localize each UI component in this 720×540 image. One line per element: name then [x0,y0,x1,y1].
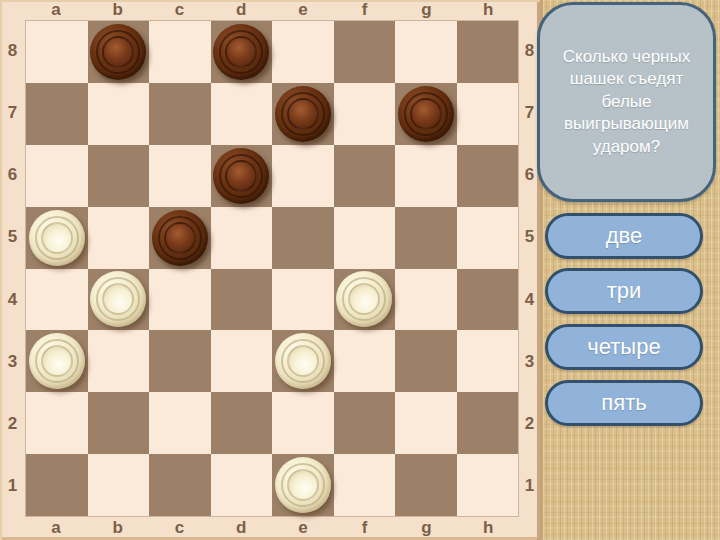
checker-dome-icon [164,222,196,254]
rank-label-left-2: 2 [0,393,25,455]
rank-label-left-8: 8 [0,20,25,82]
square-g5 [395,207,457,269]
checker-dome-icon [287,469,319,501]
rank-label-left-5: 5 [0,206,25,268]
square-f7 [334,83,396,145]
square-g6 [395,145,457,207]
file-label-top-h: h [457,0,519,20]
square-c1 [149,454,211,516]
file-label-top-g: g [396,0,458,20]
checker-black-d6 [213,148,269,204]
checker-black-c5 [152,210,208,266]
checker-dome-icon [225,36,257,68]
square-e4 [272,269,334,331]
rank-label-right-3: 3 [519,331,540,393]
checker-white-e3 [275,333,331,389]
square-f6 [334,145,396,207]
checker-black-g7 [398,86,454,142]
file-label-bottom-e: e [272,516,334,539]
checker-white-a3 [29,333,85,389]
rank-label-left-3: 3 [0,331,25,393]
square-b3 [88,330,150,392]
square-g8 [395,21,457,83]
checker-black-e7 [275,86,331,142]
checker-dome-icon [225,160,257,192]
answer-button-five[interactable]: пять [545,380,703,426]
rank-label-right-1: 1 [519,455,540,517]
square-a8 [26,21,88,83]
square-c4 [149,269,211,331]
square-g4 [395,269,457,331]
square-g1 [395,454,457,516]
answer-button-three[interactable]: три [545,268,703,314]
square-e5 [272,207,334,269]
file-label-top-e: e [272,0,334,20]
checker-dome-icon [348,283,380,315]
checker-dome-icon [102,36,134,68]
checker-white-e1 [275,457,331,513]
question-text: Сколько черных шашек съедят белые выигры… [553,46,700,158]
square-d4 [211,269,273,331]
square-h8 [457,21,519,83]
square-h2 [457,392,519,454]
checkers-board-frame: abcdefgh abcdefgh 87654321 87654321 [0,0,540,540]
square-g3 [395,330,457,392]
file-label-bottom-b: b [87,516,149,539]
file-label-top-f: f [334,0,396,20]
checker-white-a5 [29,210,85,266]
answer-button-four[interactable]: четыре [545,324,703,370]
square-a1 [26,454,88,516]
checker-dome-icon [41,222,73,254]
rank-label-right-5: 5 [519,206,540,268]
square-c7 [149,83,211,145]
square-g2 [395,392,457,454]
square-c3 [149,330,211,392]
file-labels-bottom: abcdefgh [25,516,519,539]
rank-label-right-2: 2 [519,393,540,455]
checker-dome-icon [287,98,319,130]
rank-label-left-6: 6 [0,144,25,206]
square-b2 [88,392,150,454]
square-f1 [334,454,396,516]
square-d3 [211,330,273,392]
checker-dome-icon [41,345,73,377]
checker-dome-icon [410,98,442,130]
square-b5 [88,207,150,269]
square-b1 [88,454,150,516]
file-labels-top: abcdefgh [25,0,519,20]
rank-labels-left: 87654321 [0,20,25,517]
square-f3 [334,330,396,392]
square-b7 [88,83,150,145]
square-h7 [457,83,519,145]
file-label-top-a: a [25,0,87,20]
file-label-top-b: b [87,0,149,20]
checker-white-f4 [336,271,392,327]
file-label-bottom-f: f [334,516,396,539]
file-label-bottom-c: c [149,516,211,539]
square-d2 [211,392,273,454]
square-a7 [26,83,88,145]
rank-label-left-4: 4 [0,269,25,331]
square-e2 [272,392,334,454]
square-h3 [457,330,519,392]
square-h1 [457,454,519,516]
file-label-bottom-a: a [25,516,87,539]
file-label-top-c: c [149,0,211,20]
rank-label-left-1: 1 [0,455,25,517]
file-label-top-d: d [210,0,272,20]
square-a6 [26,145,88,207]
checker-black-d8 [213,24,269,80]
checker-dome-icon [287,345,319,377]
square-c2 [149,392,211,454]
square-c8 [149,21,211,83]
checkers-board [25,20,519,517]
question-bubble: Сколько черных шашек съедят белые выигры… [537,2,716,202]
checker-white-b4 [90,271,146,327]
square-f8 [334,21,396,83]
square-c6 [149,145,211,207]
square-a4 [26,269,88,331]
square-h5 [457,207,519,269]
checker-dome-icon [102,283,134,315]
square-b6 [88,145,150,207]
square-f2 [334,392,396,454]
square-e8 [272,21,334,83]
rank-label-left-7: 7 [0,82,25,144]
quiz-slide: abcdefgh abcdefgh 87654321 87654321 Скол… [0,0,720,540]
square-d5 [211,207,273,269]
square-a2 [26,392,88,454]
square-f5 [334,207,396,269]
square-h4 [457,269,519,331]
square-e6 [272,145,334,207]
file-label-bottom-d: d [210,516,272,539]
square-d1 [211,454,273,516]
rank-label-right-4: 4 [519,269,540,331]
square-h6 [457,145,519,207]
answer-button-two[interactable]: две [545,213,703,259]
file-label-bottom-h: h [457,516,519,539]
file-label-bottom-g: g [396,516,458,539]
checker-black-b8 [90,24,146,80]
square-d7 [211,83,273,145]
